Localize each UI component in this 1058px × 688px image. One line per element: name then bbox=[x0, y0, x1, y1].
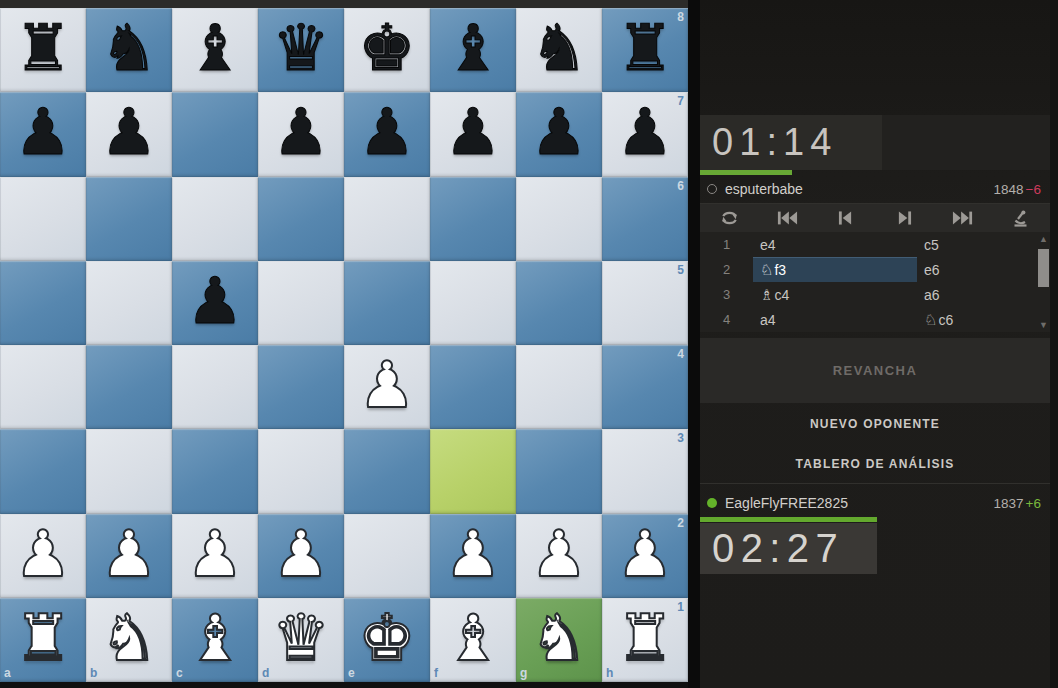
top-player-row[interactable]: esputerbabe 1848 −6 bbox=[700, 175, 1050, 203]
square-a6[interactable] bbox=[0, 177, 86, 261]
square-e1[interactable]: ♚e bbox=[344, 598, 430, 682]
piece-white-pawn[interactable]: ♟ bbox=[272, 522, 329, 586]
move-cell-black[interactable]: a6 bbox=[917, 282, 1035, 307]
square-e6[interactable] bbox=[344, 177, 430, 261]
top-player-name: esputerbabe bbox=[725, 181, 803, 197]
game-page: ♜♞♝♛♚♝♞♜8♟♟♟♟♟♟♟76♟5♟43♟♟♟♟♟♟♟2♜a♞b♝c♛d♚… bbox=[0, 0, 1058, 688]
piece-white-bishop[interactable]: ♝ bbox=[186, 606, 243, 670]
rank-label-1: 1 bbox=[677, 601, 684, 613]
bottom-player-rating: 1837 bbox=[994, 496, 1024, 511]
square-g7[interactable]: ♟ bbox=[516, 92, 602, 176]
square-g6[interactable] bbox=[516, 177, 602, 261]
square-f1[interactable]: ♝f bbox=[430, 598, 516, 682]
square-e7[interactable]: ♟ bbox=[344, 92, 430, 176]
rematch-button[interactable]: REVANCHA bbox=[700, 338, 1050, 403]
top-player-rating-delta: −6 bbox=[1026, 182, 1041, 197]
piece-white-bishop[interactable]: ♝ bbox=[444, 606, 501, 670]
square-d1[interactable]: ♛d bbox=[258, 598, 344, 682]
rank-label-3: 3 bbox=[677, 432, 684, 444]
offline-status-icon bbox=[707, 184, 717, 194]
square-b6[interactable] bbox=[86, 177, 172, 261]
piece-black-rook[interactable]: ♜ bbox=[14, 16, 71, 80]
piece-black-king[interactable]: ♚ bbox=[358, 16, 415, 80]
move-number: 4 bbox=[700, 312, 753, 327]
square-a2[interactable]: ♟ bbox=[0, 514, 86, 598]
piece-black-knight[interactable]: ♞ bbox=[100, 16, 157, 80]
bottom-player-bar bbox=[700, 517, 877, 522]
move-piece-glyph: ♗ bbox=[760, 286, 773, 304]
file-label-h: h bbox=[606, 667, 613, 679]
move-piece-glyph: ♘ bbox=[924, 311, 937, 329]
new-opponent-button[interactable]: NUEVO OPONENTE bbox=[700, 404, 1050, 444]
move-cell-white[interactable]: ♘f3 bbox=[753, 257, 917, 282]
file-label-a: a bbox=[4, 667, 11, 679]
square-b7[interactable]: ♟ bbox=[86, 92, 172, 176]
online-status-icon bbox=[707, 498, 717, 508]
square-h1[interactable]: ♜h1 bbox=[602, 598, 688, 682]
move-nav-toolbar bbox=[700, 204, 1050, 232]
move-number: 1 bbox=[700, 237, 753, 252]
square-f2[interactable]: ♟ bbox=[430, 514, 516, 598]
rank-label-7: 7 bbox=[677, 95, 684, 107]
square-f7[interactable]: ♟ bbox=[430, 92, 516, 176]
move-cell-white[interactable]: ♗c4 bbox=[753, 282, 917, 307]
square-h4[interactable]: 4 bbox=[602, 345, 688, 429]
piece-white-king[interactable]: ♚ bbox=[358, 606, 415, 670]
square-f8[interactable]: ♝ bbox=[430, 8, 516, 92]
square-b8[interactable]: ♞ bbox=[86, 8, 172, 92]
move-cell-black[interactable]: c5 bbox=[917, 232, 1035, 257]
square-e4[interactable]: ♟ bbox=[344, 345, 430, 429]
piece-black-knight[interactable]: ♞ bbox=[530, 16, 587, 80]
square-d2[interactable]: ♟ bbox=[258, 514, 344, 598]
square-h6[interactable]: 6 bbox=[602, 177, 688, 261]
square-b3[interactable] bbox=[86, 429, 172, 513]
piece-black-bishop[interactable]: ♝ bbox=[444, 16, 501, 80]
square-d3[interactable] bbox=[258, 429, 344, 513]
scroll-down-icon[interactable]: ▼ bbox=[1037, 320, 1050, 330]
square-a5[interactable] bbox=[0, 261, 86, 345]
last-move-icon[interactable] bbox=[933, 204, 991, 232]
square-h3[interactable]: 3 bbox=[602, 429, 688, 513]
move-row-2: 2♘f3e6 bbox=[700, 257, 1050, 282]
move-list: 1e4c52♘f3e63♗c4a64a4♘c6 ▲ ▼ bbox=[700, 232, 1050, 332]
move-cell-white[interactable]: a4 bbox=[753, 307, 917, 332]
move-cell-black[interactable]: ♘c6 bbox=[917, 307, 1035, 332]
square-a7[interactable]: ♟ bbox=[0, 92, 86, 176]
piece-white-queen[interactable]: ♛ bbox=[272, 606, 329, 670]
piece-white-pawn[interactable]: ♟ bbox=[14, 522, 71, 586]
piece-white-rook[interactable]: ♜ bbox=[616, 606, 673, 670]
square-f6[interactable] bbox=[430, 177, 516, 261]
file-label-g: g bbox=[520, 667, 527, 679]
file-label-b: b bbox=[90, 667, 97, 679]
square-e3[interactable] bbox=[344, 429, 430, 513]
flip-board-icon[interactable] bbox=[700, 204, 758, 232]
board-bottom-strip bbox=[0, 682, 688, 688]
move-piece-glyph: ♘ bbox=[760, 261, 773, 279]
piece-white-rook[interactable]: ♜ bbox=[14, 606, 71, 670]
piece-white-pawn[interactable]: ♟ bbox=[444, 522, 501, 586]
square-b4[interactable] bbox=[86, 345, 172, 429]
piece-white-pawn[interactable]: ♟ bbox=[616, 522, 673, 586]
square-b1[interactable]: ♞b bbox=[86, 598, 172, 682]
piece-black-pawn[interactable]: ♟ bbox=[358, 100, 415, 164]
move-row-3: 3♗c4a6 bbox=[700, 282, 1050, 307]
square-d8[interactable]: ♛ bbox=[258, 8, 344, 92]
square-c1[interactable]: ♝c bbox=[172, 598, 258, 682]
move-number: 2 bbox=[700, 262, 753, 277]
top-clock: 01:14 bbox=[700, 115, 882, 170]
square-h2[interactable]: ♟2 bbox=[602, 514, 688, 598]
top-player-rating: 1848 bbox=[994, 182, 1024, 197]
rank-label-8: 8 bbox=[677, 11, 684, 23]
piece-black-pawn[interactable]: ♟ bbox=[186, 269, 243, 333]
rank-label-4: 4 bbox=[677, 348, 684, 360]
square-e2[interactable] bbox=[344, 514, 430, 598]
square-c2[interactable]: ♟ bbox=[172, 514, 258, 598]
square-h5[interactable]: 5 bbox=[602, 261, 688, 345]
chess-board[interactable]: ♜♞♝♛♚♝♞♜8♟♟♟♟♟♟♟76♟5♟43♟♟♟♟♟♟♟2♜a♞b♝c♛d♚… bbox=[0, 8, 688, 682]
square-c3[interactable] bbox=[172, 429, 258, 513]
bottom-clock: 02:27 bbox=[700, 523, 877, 574]
square-c7[interactable] bbox=[172, 92, 258, 176]
bottom-player-name: EagleFlyFREE2825 bbox=[725, 495, 848, 511]
piece-black-queen[interactable]: ♛ bbox=[272, 16, 329, 80]
square-c6[interactable] bbox=[172, 177, 258, 261]
square-e8[interactable]: ♚ bbox=[344, 8, 430, 92]
analysis-microscope-icon[interactable] bbox=[992, 204, 1050, 232]
piece-black-pawn[interactable]: ♟ bbox=[530, 100, 587, 164]
move-cell-black[interactable]: e6 bbox=[917, 257, 1035, 282]
divider bbox=[700, 483, 1050, 484]
rank-label-6: 6 bbox=[677, 180, 684, 192]
square-g8[interactable]: ♞ bbox=[516, 8, 602, 92]
square-g1[interactable]: ♞g bbox=[516, 598, 602, 682]
piece-black-pawn[interactable]: ♟ bbox=[100, 100, 157, 164]
square-g4[interactable] bbox=[516, 345, 602, 429]
top-clock-row: 01:14 bbox=[700, 115, 1050, 170]
square-f4[interactable] bbox=[430, 345, 516, 429]
move-row-1: 1e4c5 bbox=[700, 232, 1050, 257]
bottom-player-rating-delta: +6 bbox=[1026, 496, 1041, 511]
square-a1[interactable]: ♜a bbox=[0, 598, 86, 682]
square-c8[interactable]: ♝ bbox=[172, 8, 258, 92]
piece-black-pawn[interactable]: ♟ bbox=[444, 100, 501, 164]
move-list-scrollbar[interactable]: ▲ ▼ bbox=[1037, 234, 1050, 330]
square-a8[interactable]: ♜ bbox=[0, 8, 86, 92]
square-d7[interactable]: ♟ bbox=[258, 92, 344, 176]
piece-black-bishop[interactable]: ♝ bbox=[186, 16, 243, 80]
square-g2[interactable]: ♟ bbox=[516, 514, 602, 598]
file-label-f: f bbox=[434, 667, 438, 679]
square-a4[interactable] bbox=[0, 345, 86, 429]
square-b2[interactable]: ♟ bbox=[86, 514, 172, 598]
square-h8[interactable]: ♜8 bbox=[602, 8, 688, 92]
move-number: 3 bbox=[700, 287, 753, 302]
rank-label-2: 2 bbox=[677, 517, 684, 529]
scrollbar-thumb[interactable] bbox=[1038, 249, 1049, 287]
board-top-strip bbox=[0, 0, 688, 8]
next-move-icon[interactable] bbox=[875, 204, 933, 232]
first-move-icon[interactable] bbox=[758, 204, 816, 232]
square-h7[interactable]: ♟7 bbox=[602, 92, 688, 176]
file-label-e: e bbox=[348, 667, 355, 679]
piece-black-pawn[interactable]: ♟ bbox=[616, 100, 673, 164]
rank-label-5: 5 bbox=[677, 264, 684, 276]
square-f3[interactable] bbox=[430, 429, 516, 513]
piece-white-pawn[interactable]: ♟ bbox=[530, 522, 587, 586]
piece-black-pawn[interactable]: ♟ bbox=[14, 100, 71, 164]
piece-black-rook[interactable]: ♜ bbox=[616, 16, 673, 80]
move-cell-white[interactable]: e4 bbox=[753, 232, 917, 257]
scroll-up-icon[interactable]: ▲ bbox=[1037, 234, 1050, 244]
piece-black-pawn[interactable]: ♟ bbox=[272, 100, 329, 164]
board-area: ♜♞♝♛♚♝♞♜8♟♟♟♟♟♟♟76♟5♟43♟♟♟♟♟♟♟2♜a♞b♝c♛d♚… bbox=[0, 0, 688, 688]
piece-white-knight[interactable]: ♞ bbox=[530, 606, 587, 670]
game-side-panel: 01:14 esputerbabe 1848 −6 bbox=[700, 0, 1058, 688]
square-c4[interactable] bbox=[172, 345, 258, 429]
previous-move-icon[interactable] bbox=[817, 204, 875, 232]
file-label-d: d bbox=[262, 667, 269, 679]
analysis-board-button[interactable]: TABLERO DE ANÁLISIS bbox=[700, 444, 1050, 484]
square-b5[interactable] bbox=[86, 261, 172, 345]
square-d5[interactable] bbox=[258, 261, 344, 345]
piece-white-pawn[interactable]: ♟ bbox=[186, 522, 243, 586]
board-panel-gutter bbox=[688, 0, 700, 688]
file-label-c: c bbox=[176, 667, 183, 679]
bottom-player-row[interactable]: EagleFlyFREE2825 1837 +6 bbox=[700, 489, 1050, 517]
move-row-4: 4a4♘c6 bbox=[700, 307, 1050, 332]
square-d4[interactable] bbox=[258, 345, 344, 429]
square-c5[interactable]: ♟ bbox=[172, 261, 258, 345]
square-g3[interactable] bbox=[516, 429, 602, 513]
square-f5[interactable] bbox=[430, 261, 516, 345]
piece-white-pawn[interactable]: ♟ bbox=[100, 522, 157, 586]
piece-white-pawn[interactable]: ♟ bbox=[358, 353, 415, 417]
square-g5[interactable] bbox=[516, 261, 602, 345]
square-d6[interactable] bbox=[258, 177, 344, 261]
piece-white-knight[interactable]: ♞ bbox=[100, 606, 157, 670]
square-a3[interactable] bbox=[0, 429, 86, 513]
square-e5[interactable] bbox=[344, 261, 430, 345]
